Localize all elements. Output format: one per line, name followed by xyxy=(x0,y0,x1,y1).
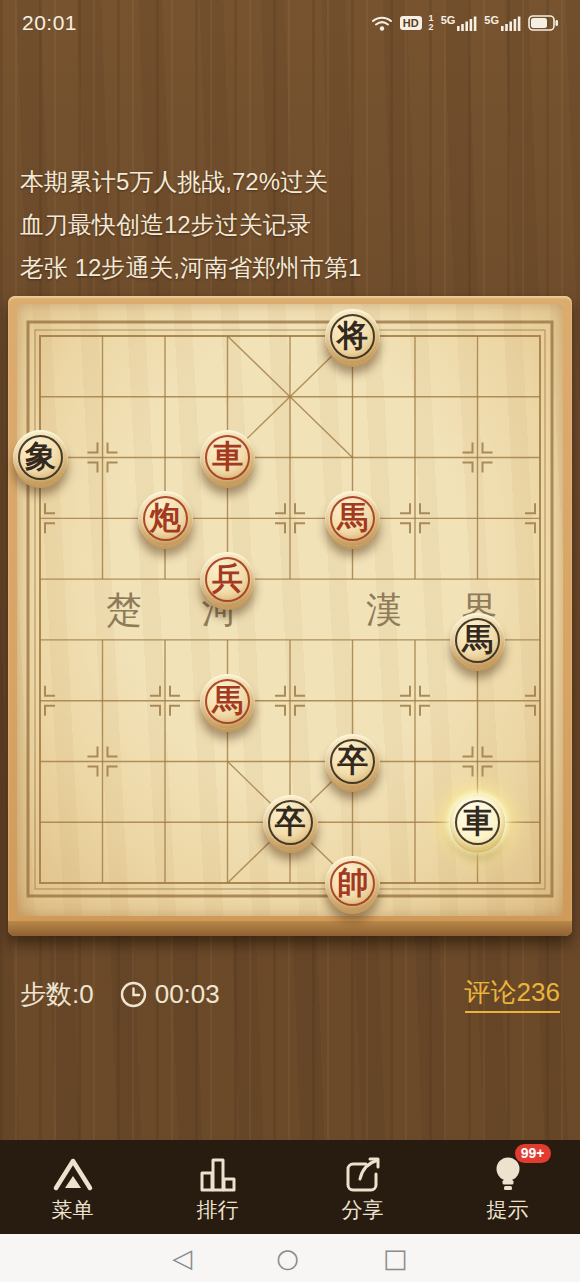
comments-link[interactable]: 评论236 xyxy=(465,975,560,1013)
xiangqi-board[interactable]: 楚 河 漢 界 将象車炮馬兵馬馬卒卒車帥 xyxy=(8,296,572,936)
recents-icon[interactable]: □ xyxy=(383,1245,408,1271)
nav-item-hint[interactable]: 99+ 提示 xyxy=(435,1151,580,1224)
piece-black-車-highlighted[interactable]: 車 xyxy=(450,795,505,850)
piece-black-卒[interactable]: 卒 xyxy=(263,795,318,850)
pieces-layer: 将象車炮馬兵馬馬卒卒車帥 xyxy=(9,306,572,914)
share-icon xyxy=(341,1155,385,1193)
piece-black-象[interactable]: 象 xyxy=(13,430,68,485)
signal-5g-1: 5G xyxy=(441,15,478,31)
menu-icon xyxy=(50,1155,96,1193)
system-nav-bar: ◁ ○ □ xyxy=(0,1234,580,1282)
back-icon[interactable]: ◁ xyxy=(172,1245,192,1271)
signal-5g-2: 5G xyxy=(484,15,521,31)
bottom-nav: 菜单 排行 分享 xyxy=(0,1140,580,1234)
battery-icon xyxy=(528,15,558,31)
nav-item-share[interactable]: 分享 xyxy=(290,1151,435,1224)
piece-red-帥[interactable]: 帥 xyxy=(325,856,380,911)
home-icon[interactable]: ○ xyxy=(276,1245,299,1271)
piece-black-馬[interactable]: 馬 xyxy=(450,613,505,668)
signal-bars-icon xyxy=(501,16,521,31)
signal-bars-icon xyxy=(457,16,477,31)
announcement-line-3: 老张 12步通关,河南省郑州市第1 xyxy=(20,246,570,289)
stats-bar: 步数:0 00:03 评论236 xyxy=(0,966,580,1022)
piece-black-卒[interactable]: 卒 xyxy=(325,734,380,789)
announcement-panel: 本期累计5万人挑战,72%过关 血刀最快创造12步过关记录 老张 12步通关,河… xyxy=(20,160,570,289)
status-bar: 20:01 HD 12 5G 5G xyxy=(0,0,580,46)
announcement-line-1: 本期累计5万人挑战,72%过关 xyxy=(20,160,570,203)
hd-badge: HD xyxy=(400,16,422,30)
sim-indicator: 12 xyxy=(429,14,434,32)
announcement-line-2: 血刀最快创造12步过关记录 xyxy=(20,203,570,246)
piece-red-炮[interactable]: 炮 xyxy=(138,491,193,546)
clock-time: 20:01 xyxy=(22,11,77,35)
timer: 00:03 xyxy=(120,979,220,1010)
nav-item-ranking[interactable]: 排行 xyxy=(145,1151,290,1224)
piece-red-車[interactable]: 車 xyxy=(200,430,255,485)
phone-screen: 20:01 HD 12 5G 5G xyxy=(0,0,580,1282)
piece-red-兵[interactable]: 兵 xyxy=(200,552,255,607)
timer-value: 00:03 xyxy=(155,979,220,1010)
piece-red-馬[interactable]: 馬 xyxy=(200,674,255,729)
ranking-icon xyxy=(196,1155,240,1193)
piece-red-馬[interactable]: 馬 xyxy=(325,491,380,546)
nav-item-menu[interactable]: 菜单 xyxy=(0,1151,145,1224)
hint-badge: 99+ xyxy=(515,1144,551,1163)
move-counter: 步数:0 xyxy=(20,977,94,1012)
piece-black-将[interactable]: 将 xyxy=(325,309,380,364)
clock-icon xyxy=(120,981,147,1008)
wifi-icon xyxy=(371,15,393,32)
